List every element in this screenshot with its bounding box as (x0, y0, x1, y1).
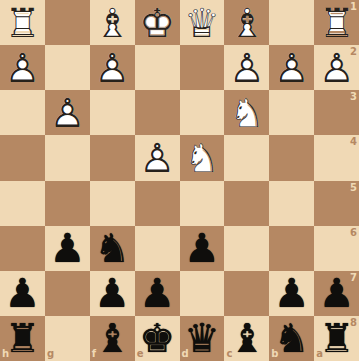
square-c4[interactable] (224, 135, 269, 180)
black-queen[interactable]: ♛ (180, 316, 225, 361)
piece-glyph-fill: ♟ (269, 271, 314, 316)
square-d3[interactable] (180, 90, 225, 135)
black-king[interactable]: ♚ (135, 316, 180, 361)
square-g7[interactable] (45, 271, 90, 316)
black-pawn[interactable]: ♟ (135, 271, 180, 316)
piece-glyph-fill: ♜ (0, 316, 45, 361)
square-c6[interactable] (224, 226, 269, 271)
white-knight[interactable]: ♞♘ (180, 135, 225, 180)
square-g8[interactable]: g (45, 316, 90, 361)
square-f3[interactable] (90, 90, 135, 135)
square-b1[interactable] (269, 0, 314, 45)
square-a3[interactable]: 3 (314, 90, 359, 135)
chess-board-widget: ♜♖♝♗♚♔♛♕♝♗♜♖1♟♙♟♙♟♙♟♙♟♙2♟♙♞♘3♟♙♞♘45♟♞♟6♟… (0, 0, 359, 361)
square-b5[interactable] (269, 181, 314, 226)
square-a7[interactable]: ♟7 (314, 271, 359, 316)
square-e7[interactable]: ♟ (135, 271, 180, 316)
black-rook[interactable]: ♜ (0, 316, 45, 361)
piece-glyph-fill: ♝ (90, 316, 135, 361)
black-pawn[interactable]: ♟ (269, 271, 314, 316)
piece-glyph-outline: ♙ (269, 45, 314, 90)
piece-glyph-outline: ♘ (180, 135, 225, 180)
square-c2[interactable]: ♟♙ (224, 45, 269, 90)
black-knight[interactable]: ♞ (269, 316, 314, 361)
square-e1[interactable]: ♚♔ (135, 0, 180, 45)
piece-glyph-outline: ♖ (314, 0, 359, 45)
white-king[interactable]: ♚♔ (135, 0, 180, 45)
black-pawn[interactable]: ♟ (314, 271, 359, 316)
white-queen[interactable]: ♛♕ (180, 0, 225, 45)
square-c1[interactable]: ♝♗ (224, 0, 269, 45)
chess-board: ♜♖♝♗♚♔♛♕♝♗♜♖1♟♙♟♙♟♙♟♙♟♙2♟♙♞♘3♟♙♞♘45♟♞♟6♟… (0, 0, 359, 361)
square-a4[interactable]: 4 (314, 135, 359, 180)
square-f2[interactable]: ♟♙ (90, 45, 135, 90)
black-bishop[interactable]: ♝ (224, 316, 269, 361)
white-bishop[interactable]: ♝♗ (90, 0, 135, 45)
square-c8[interactable]: ♝c (224, 316, 269, 361)
square-e4[interactable]: ♟♙ (135, 135, 180, 180)
white-rook[interactable]: ♜♖ (314, 0, 359, 45)
square-b8[interactable]: ♞b (269, 316, 314, 361)
white-rook[interactable]: ♜♖ (0, 0, 45, 45)
square-g2[interactable] (45, 45, 90, 90)
piece-glyph-outline: ♖ (0, 0, 45, 45)
black-knight[interactable]: ♞ (90, 226, 135, 271)
black-pawn[interactable]: ♟ (90, 271, 135, 316)
square-b6[interactable] (269, 226, 314, 271)
rank-label-3: 3 (350, 92, 357, 102)
piece-glyph-outline: ♔ (135, 0, 180, 45)
piece-glyph-outline: ♕ (180, 0, 225, 45)
square-c5[interactable] (224, 181, 269, 226)
piece-glyph-fill: ♟ (180, 226, 225, 271)
square-b3[interactable] (269, 90, 314, 135)
white-bishop[interactable]: ♝♗ (224, 0, 269, 45)
square-c7[interactable] (224, 271, 269, 316)
white-knight[interactable]: ♞♘ (224, 90, 269, 135)
square-b2[interactable]: ♟♙ (269, 45, 314, 90)
piece-glyph-outline: ♙ (90, 45, 135, 90)
black-bishop[interactable]: ♝ (90, 316, 135, 361)
square-a1[interactable]: ♜♖1 (314, 0, 359, 45)
piece-glyph-fill: ♚ (135, 316, 180, 361)
square-a8[interactable]: ♜a8 (314, 316, 359, 361)
piece-glyph-outline: ♙ (45, 90, 90, 135)
square-h4[interactable] (0, 135, 45, 180)
square-e3[interactable] (135, 90, 180, 135)
square-f7[interactable]: ♟ (90, 271, 135, 316)
square-e5[interactable] (135, 181, 180, 226)
piece-glyph-outline: ♘ (224, 90, 269, 135)
square-g1[interactable] (45, 0, 90, 45)
square-d5[interactable] (180, 181, 225, 226)
square-a5[interactable]: 5 (314, 181, 359, 226)
piece-glyph-outline: ♗ (90, 0, 135, 45)
white-pawn[interactable]: ♟♙ (90, 45, 135, 90)
piece-glyph-outline: ♙ (135, 135, 180, 180)
square-e8[interactable]: ♚e (135, 316, 180, 361)
piece-glyph-fill: ♛ (180, 316, 225, 361)
white-pawn[interactable]: ♟♙ (224, 45, 269, 90)
square-d8[interactable]: ♛d (180, 316, 225, 361)
black-rook[interactable]: ♜ (314, 316, 359, 361)
square-f8[interactable]: ♝f (90, 316, 135, 361)
square-h7[interactable]: ♟ (0, 271, 45, 316)
square-e2[interactable] (135, 45, 180, 90)
square-g4[interactable] (45, 135, 90, 180)
white-pawn[interactable]: ♟♙ (314, 45, 359, 90)
rank-label-5: 5 (350, 183, 357, 193)
square-h3[interactable] (0, 90, 45, 135)
square-h8[interactable]: ♜h (0, 316, 45, 361)
square-d1[interactable]: ♛♕ (180, 0, 225, 45)
square-a6[interactable]: 6 (314, 226, 359, 271)
square-h1[interactable]: ♜♖ (0, 0, 45, 45)
square-h5[interactable] (0, 181, 45, 226)
black-pawn[interactable]: ♟ (45, 226, 90, 271)
piece-glyph-fill: ♝ (224, 316, 269, 361)
piece-glyph-outline: ♗ (224, 0, 269, 45)
square-e6[interactable] (135, 226, 180, 271)
white-pawn[interactable]: ♟♙ (45, 90, 90, 135)
piece-glyph-fill: ♟ (90, 271, 135, 316)
square-c3[interactable]: ♞♘ (224, 90, 269, 135)
square-f4[interactable] (90, 135, 135, 180)
square-h6[interactable] (0, 226, 45, 271)
rank-label-6: 6 (350, 228, 357, 238)
square-d4[interactable]: ♞♘ (180, 135, 225, 180)
black-pawn[interactable]: ♟ (180, 226, 225, 271)
square-d2[interactable] (180, 45, 225, 90)
white-pawn[interactable]: ♟♙ (0, 45, 45, 90)
piece-glyph-outline: ♙ (0, 45, 45, 90)
piece-glyph-outline: ♙ (224, 45, 269, 90)
square-d6[interactable]: ♟ (180, 226, 225, 271)
square-d7[interactable] (180, 271, 225, 316)
piece-glyph-fill: ♟ (135, 271, 180, 316)
square-b4[interactable] (269, 135, 314, 180)
piece-glyph-fill: ♟ (45, 226, 90, 271)
square-f1[interactable]: ♝♗ (90, 0, 135, 45)
square-b7[interactable]: ♟ (269, 271, 314, 316)
square-f6[interactable]: ♞ (90, 226, 135, 271)
black-pawn[interactable]: ♟ (0, 271, 45, 316)
square-f5[interactable] (90, 181, 135, 226)
white-pawn[interactable]: ♟♙ (135, 135, 180, 180)
piece-glyph-fill: ♟ (0, 271, 45, 316)
square-g3[interactable]: ♟♙ (45, 90, 90, 135)
piece-glyph-fill: ♞ (269, 316, 314, 361)
square-g5[interactable] (45, 181, 90, 226)
white-pawn[interactable]: ♟♙ (269, 45, 314, 90)
rank-label-4: 4 (350, 137, 357, 147)
square-a2[interactable]: ♟♙2 (314, 45, 359, 90)
piece-glyph-fill: ♟ (314, 271, 359, 316)
piece-glyph-fill: ♜ (314, 316, 359, 361)
piece-glyph-fill: ♞ (90, 226, 135, 271)
file-label-g: g (47, 349, 54, 359)
square-g6[interactable]: ♟ (45, 226, 90, 271)
square-h2[interactable]: ♟♙ (0, 45, 45, 90)
piece-glyph-outline: ♙ (314, 45, 359, 90)
